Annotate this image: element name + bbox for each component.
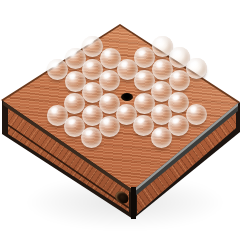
marble[interactable] — [99, 116, 120, 137]
board-holes — [0, 0, 250, 250]
marble[interactable] — [186, 104, 207, 125]
marble[interactable] — [151, 127, 172, 148]
solitaire-box-photo — [0, 0, 250, 250]
marble[interactable] — [169, 70, 190, 91]
marble[interactable] — [81, 127, 102, 148]
center-empty-hole[interactable] — [121, 93, 133, 101]
